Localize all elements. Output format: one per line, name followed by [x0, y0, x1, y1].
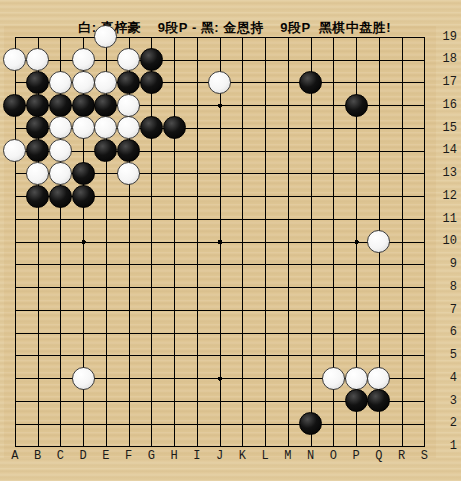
row-label-15: 15: [436, 117, 457, 140]
row-label-12: 12: [436, 185, 457, 208]
row-label-17: 17: [436, 71, 457, 94]
row-label-10: 10: [436, 230, 457, 253]
black-stone-N17: [299, 71, 322, 94]
black-stone-G18: [140, 48, 163, 71]
star-point-J4: [217, 376, 221, 380]
white-stone-F16: [117, 94, 140, 117]
black-stone-E16: [94, 94, 117, 117]
row-label-5: 5: [436, 344, 457, 367]
row-label-9: 9: [436, 253, 457, 276]
go-board[interactable]: [4, 26, 436, 458]
white-stone-B13: [26, 162, 49, 185]
black-stone-F17: [117, 71, 140, 94]
black-stone-D13: [72, 162, 95, 185]
row-label-14: 14: [436, 139, 457, 162]
white-stone-C13: [49, 162, 72, 185]
black-stone-P16: [345, 94, 368, 117]
black-stone-D16: [72, 94, 95, 117]
row-labels: 19181716151413121110987654321: [436, 26, 457, 458]
star-point-J10: [217, 239, 221, 243]
white-stone-Q4: [367, 367, 390, 390]
row-label-13: 13: [436, 162, 457, 185]
black-stone-G17: [140, 71, 163, 94]
black-stone-B17: [26, 71, 49, 94]
black-stone-C12: [49, 185, 72, 208]
star-point-D10: [81, 239, 85, 243]
row-label-16: 16: [436, 94, 457, 117]
white-stone-J17: [208, 71, 231, 94]
row-label-11: 11: [436, 208, 457, 231]
row-label-3: 3: [436, 390, 457, 413]
go-game-viewer: { "game": "go", "header": { "white_label…: [0, 0, 461, 481]
go-board-area: [4, 26, 436, 458]
white-stone-P4: [345, 367, 368, 390]
row-label-8: 8: [436, 276, 457, 299]
black-stone-A16: [3, 94, 26, 117]
star-point-J16: [217, 103, 221, 107]
white-stone-C14: [49, 139, 72, 162]
white-stone-O4: [322, 367, 345, 390]
black-stone-P3: [345, 389, 368, 412]
black-stone-C16: [49, 94, 72, 117]
black-stone-D12: [72, 185, 95, 208]
white-stone-D4: [72, 367, 95, 390]
white-stone-C17: [49, 71, 72, 94]
black-stone-B16: [26, 94, 49, 117]
star-point-P10: [354, 239, 358, 243]
white-stone-D17: [72, 71, 95, 94]
row-label-19: 19: [436, 26, 457, 49]
black-stone-H15: [163, 116, 186, 139]
white-stone-D15: [72, 116, 95, 139]
row-label-18: 18: [436, 48, 457, 71]
white-stone-D18: [72, 48, 95, 71]
black-stone-B12: [26, 185, 49, 208]
row-label-7: 7: [436, 299, 457, 322]
game-info-header: 白: 辜梓豪 9段P - 黑: 金恩持 9段P 黑棋中盘胜!: [0, 4, 461, 22]
row-label-1: 1: [436, 435, 457, 458]
white-stone-F13: [117, 162, 140, 185]
row-label-4: 4: [436, 367, 457, 390]
row-label-6: 6: [436, 321, 457, 344]
row-label-2: 2: [436, 412, 457, 435]
